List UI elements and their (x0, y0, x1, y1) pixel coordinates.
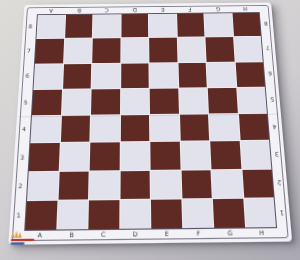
square-g3[interactable] (210, 141, 241, 168)
square-a8[interactable] (36, 15, 64, 38)
coord-label: C (87, 230, 119, 238)
square-d2[interactable] (120, 170, 150, 198)
square-a4[interactable] (30, 116, 60, 143)
square-e5[interactable] (150, 88, 179, 114)
square-c4[interactable] (90, 115, 119, 142)
coord-label: 4 (268, 113, 279, 140)
square-b8[interactable] (65, 15, 93, 38)
photo-background: ABCDEFGH ABCDEFGH 87654321 87654321 (0, 0, 300, 260)
square-h8[interactable] (232, 13, 261, 36)
square-h2[interactable] (242, 169, 274, 197)
square-e1[interactable] (151, 199, 182, 228)
square-d4[interactable] (120, 115, 149, 142)
square-b7[interactable] (64, 39, 92, 63)
square-d7[interactable] (121, 38, 149, 62)
square-c1[interactable] (88, 200, 119, 229)
square-c8[interactable] (93, 14, 120, 37)
square-g8[interactable] (204, 13, 232, 36)
square-d6[interactable] (121, 63, 149, 88)
manufacturer-logo (10, 230, 34, 245)
square-d5[interactable] (121, 89, 149, 115)
square-d3[interactable] (120, 142, 149, 169)
coord-label: 3 (271, 141, 283, 169)
coord-label: 2 (273, 169, 285, 198)
square-e3[interactable] (150, 142, 180, 169)
coord-label: 2 (15, 171, 26, 200)
square-c2[interactable] (89, 171, 119, 199)
square-c7[interactable] (92, 38, 120, 62)
coord-label: 7 (262, 36, 273, 61)
square-f2[interactable] (181, 170, 212, 198)
coord-label: 6 (22, 63, 32, 89)
square-f5[interactable] (179, 88, 208, 114)
square-f1[interactable] (182, 199, 213, 228)
square-a3[interactable] (29, 143, 60, 170)
square-g5[interactable] (208, 88, 238, 114)
coord-label: B (55, 231, 87, 239)
square-g6[interactable] (207, 62, 236, 87)
square-g1[interactable] (213, 198, 245, 227)
square-h3[interactable] (240, 141, 271, 168)
coord-label: G (214, 229, 246, 237)
coord-label: 1 (275, 198, 287, 228)
chessboard: ABCDEFGH ABCDEFGH 87654321 87654321 (8, 2, 292, 244)
square-d1[interactable] (120, 200, 150, 229)
square-a1[interactable] (25, 201, 57, 230)
square-h4[interactable] (238, 114, 269, 141)
square-e7[interactable] (149, 38, 177, 62)
chessboard-field (24, 12, 277, 231)
square-h5[interactable] (237, 87, 267, 113)
square-c3[interactable] (90, 143, 120, 170)
coord-label: F (182, 229, 214, 237)
square-e2[interactable] (151, 170, 181, 198)
logo-text-line-1 (11, 239, 35, 242)
coord-label: 6 (264, 61, 275, 87)
square-f8[interactable] (177, 13, 205, 36)
square-e8[interactable] (149, 14, 176, 37)
coord-label: D (119, 230, 151, 238)
square-g7[interactable] (205, 37, 234, 61)
square-h1[interactable] (244, 198, 276, 227)
coord-label: 1 (13, 201, 24, 231)
logo-emblem-icon (11, 230, 22, 238)
square-c6[interactable] (92, 63, 120, 88)
coord-label: H (246, 229, 278, 237)
coord-label: 3 (17, 143, 28, 171)
square-b1[interactable] (57, 200, 88, 229)
coord-label: 7 (24, 38, 34, 63)
square-g4[interactable] (209, 114, 239, 141)
square-a7[interactable] (35, 39, 64, 63)
square-g2[interactable] (212, 169, 243, 197)
logo-text-line-2 (10, 242, 24, 244)
square-b2[interactable] (58, 171, 89, 199)
square-c5[interactable] (91, 89, 120, 115)
square-e6[interactable] (149, 63, 177, 88)
coord-label: 5 (20, 89, 31, 116)
square-f4[interactable] (179, 114, 209, 141)
coord-label: 5 (266, 87, 277, 114)
square-a6[interactable] (34, 64, 63, 89)
square-f6[interactable] (178, 62, 207, 87)
square-a5[interactable] (32, 89, 62, 115)
coord-label: 8 (260, 12, 271, 36)
square-h7[interactable] (234, 37, 263, 61)
square-b4[interactable] (60, 116, 90, 143)
square-b3[interactable] (59, 143, 89, 170)
square-e4[interactable] (150, 115, 179, 142)
coord-label: E (151, 230, 183, 238)
coord-label: 8 (25, 14, 35, 38)
square-f3[interactable] (180, 142, 210, 169)
square-b6[interactable] (63, 64, 92, 89)
square-f7[interactable] (177, 38, 205, 62)
square-b5[interactable] (61, 89, 90, 115)
coord-label: 4 (19, 116, 30, 144)
square-d8[interactable] (121, 14, 148, 37)
square-a2[interactable] (27, 171, 58, 199)
square-h6[interactable] (235, 62, 265, 87)
